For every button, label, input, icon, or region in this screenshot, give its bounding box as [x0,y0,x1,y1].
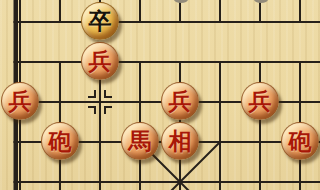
piece-character: 兵 [9,89,32,112]
piece-character: 馬 [129,129,152,152]
piece-red-soldier[interactable]: 兵 [161,82,199,120]
piece-character: 兵 [169,89,192,112]
piece-red-horse[interactable]: 馬 [121,122,159,160]
piece-red-elephant[interactable]: 相 [161,122,199,160]
piece-character: 兵 [249,89,272,112]
cropped-piece-shadow [254,0,268,3]
piece-black-soldier[interactable]: 卒 [81,2,119,40]
piece-character: 兵 [89,49,112,72]
piece-character: 卒 [89,9,112,32]
piece-red-soldier[interactable]: 兵 [1,82,39,120]
piece-character: 砲 [289,129,312,152]
cropped-piece-shadow [174,0,188,3]
piece-red-cannon[interactable]: 砲 [281,122,319,160]
xiangqi-board[interactable]: 卒兵兵兵兵砲馬相砲 [0,0,320,190]
piece-red-soldier[interactable]: 兵 [81,42,119,80]
piece-character: 相 [169,129,192,152]
piece-red-soldier[interactable]: 兵 [241,82,279,120]
piece-character: 砲 [49,129,72,152]
piece-red-cannon[interactable]: 砲 [41,122,79,160]
